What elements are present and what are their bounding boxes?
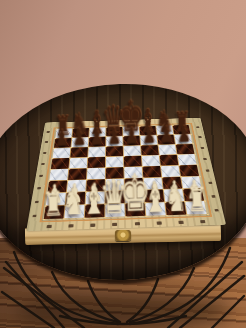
black-pawn-b7[interactable]: ♟ <box>72 127 86 148</box>
square-h6[interactable] <box>176 144 195 154</box>
square-e6[interactable] <box>124 146 141 156</box>
black-pawn-h7[interactable]: ♟ <box>177 124 191 145</box>
board-perspective-scene: ♜♞♝♛♚♝♞♜♟♟♟♟♟♟♟♟♟♟♟♟♟♟♟♟♜♞♝♛♚♝♞♜ <box>20 25 226 231</box>
white-knight-g1[interactable]: ♞ <box>165 183 188 217</box>
white-rook-a1[interactable]: ♜ <box>42 189 63 220</box>
square-g7[interactable]: ♟ <box>157 135 175 145</box>
black-pawn-d7[interactable]: ♟ <box>107 126 121 147</box>
square-a5[interactable] <box>51 158 69 169</box>
square-d6[interactable] <box>106 146 123 156</box>
square-b5[interactable] <box>69 158 87 169</box>
photo-scene: ♜♞♝♛♚♝♞♜♟♟♟♟♟♟♟♟♟♟♟♟♟♟♟♟♜♞♝♛♚♝♞♜ <box>0 0 246 328</box>
square-b6[interactable] <box>70 147 88 157</box>
square-c5[interactable] <box>88 157 106 168</box>
white-rook-h1[interactable]: ♜ <box>186 185 207 216</box>
playing-squares: ♜♞♝♛♚♝♞♜♟♟♟♟♟♟♟♟♟♟♟♟♟♟♟♟♜♞♝♛♚♝♞♜ <box>44 125 207 219</box>
white-queen-d1[interactable]: ♛ <box>99 174 129 218</box>
black-pawn-e7[interactable]: ♟ <box>124 125 138 146</box>
square-e7[interactable]: ♟ <box>123 136 140 146</box>
square-h7[interactable]: ♟ <box>174 134 192 144</box>
square-c6[interactable] <box>88 147 105 157</box>
square-g1[interactable]: ♞ <box>165 202 186 215</box>
square-h5[interactable] <box>178 154 197 165</box>
square-d7[interactable]: ♟ <box>106 136 123 146</box>
square-a1[interactable]: ♜ <box>44 205 65 219</box>
black-pawn-a7[interactable]: ♟ <box>55 128 69 149</box>
square-f6[interactable] <box>141 145 159 155</box>
brass-clasp <box>115 230 131 241</box>
square-c7[interactable]: ♟ <box>89 137 106 147</box>
square-g5[interactable] <box>160 155 179 166</box>
square-g6[interactable] <box>158 144 176 154</box>
square-f7[interactable]: ♟ <box>140 135 157 145</box>
square-a6[interactable] <box>52 148 70 158</box>
chessboard: ♜♞♝♛♚♝♞♜♟♟♟♟♟♟♟♟♟♟♟♟♟♟♟♟♜♞♝♛♚♝♞♜ <box>26 118 226 231</box>
black-pawn-f7[interactable]: ♟ <box>142 125 156 146</box>
black-pawn-c7[interactable]: ♟ <box>90 127 104 148</box>
black-pawn-g7[interactable]: ♟ <box>159 124 173 145</box>
square-d1[interactable]: ♛ <box>105 204 125 217</box>
square-b1[interactable]: ♞ <box>64 205 84 219</box>
square-a7[interactable]: ♟ <box>54 138 72 148</box>
square-h1[interactable]: ♜ <box>185 201 207 214</box>
square-b7[interactable]: ♟ <box>71 137 88 147</box>
white-knight-b1[interactable]: ♞ <box>62 186 85 220</box>
